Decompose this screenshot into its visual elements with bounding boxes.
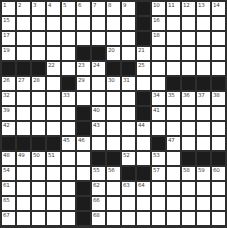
cell-r10c10[interactable]: 53: [152, 152, 165, 165]
cell-r14c9[interactable]: [137, 212, 150, 225]
clue-number: 47: [168, 137, 174, 143]
block-cell-r10c7: [107, 152, 120, 165]
cell-r10c8[interactable]: 52: [122, 152, 135, 165]
cell-r14c8[interactable]: [122, 212, 135, 225]
clue-number: 48: [3, 152, 9, 158]
cell-r14c3[interactable]: [47, 212, 60, 225]
cell-r2c4[interactable]: [62, 32, 75, 45]
clue-number: 67: [3, 212, 9, 218]
cell-r6c12[interactable]: 36: [182, 92, 195, 105]
clue-number: 15: [3, 17, 9, 23]
block-cell-r8c5: [77, 122, 90, 135]
block-cell-r4c0: [2, 62, 15, 75]
cell-r7c8[interactable]: [122, 107, 135, 120]
cell-r13c13[interactable]: [197, 197, 210, 210]
block-cell-r6c9: [137, 92, 150, 105]
clue-number: 59: [198, 167, 204, 173]
block-cell-r13c5: [77, 197, 90, 210]
clue-number: 22: [48, 62, 54, 68]
cell-r14c4[interactable]: [62, 212, 75, 225]
cell-r7c4[interactable]: [62, 107, 75, 120]
cell-r2c13[interactable]: [197, 32, 210, 45]
block-cell-r12c5: [77, 182, 90, 195]
cell-r9c7[interactable]: [107, 137, 120, 150]
cell-r2c5[interactable]: [77, 32, 90, 45]
cell-r11c4[interactable]: [62, 167, 75, 180]
cell-r14c2[interactable]: [32, 212, 45, 225]
cell-r8c4[interactable]: [62, 122, 75, 135]
cell-r1c4[interactable]: [62, 17, 75, 30]
clue-number: 27: [18, 77, 24, 83]
cell-r7c11[interactable]: [167, 107, 180, 120]
cell-r3c11[interactable]: [167, 47, 180, 60]
cell-r7c7[interactable]: [107, 107, 120, 120]
clue-number: 45: [63, 137, 69, 143]
cell-r3c8[interactable]: [122, 47, 135, 60]
cell-r6c11[interactable]: 35: [167, 92, 180, 105]
cell-r1c5[interactable]: [77, 17, 90, 30]
cell-r2c10[interactable]: 18: [152, 32, 165, 45]
clue-number: 29: [78, 77, 84, 83]
clue-number: 56: [108, 167, 114, 173]
cell-r5c1[interactable]: 27: [17, 77, 30, 90]
cell-r8c1[interactable]: [17, 122, 30, 135]
clue-number: 17: [3, 32, 9, 38]
cell-r3c4[interactable]: [62, 47, 75, 60]
cell-r6c13[interactable]: 37: [197, 92, 210, 105]
cell-r2c6[interactable]: [92, 32, 105, 45]
block-cell-r10c13: [197, 152, 210, 165]
cell-r0c2[interactable]: 3: [32, 2, 45, 15]
cell-r10c2[interactable]: 50: [32, 152, 45, 165]
cell-r14c1[interactable]: [17, 212, 30, 225]
block-cell-r9c2: [32, 137, 45, 150]
cell-r1c1[interactable]: [17, 17, 30, 30]
clue-number: 5: [63, 2, 66, 8]
clue-number: 55: [93, 167, 99, 173]
cell-r3c1[interactable]: [17, 47, 30, 60]
cell-r8c3[interactable]: [47, 122, 60, 135]
cell-r6c7[interactable]: [107, 92, 120, 105]
cell-r13c11[interactable]: [167, 197, 180, 210]
block-cell-r5c4: [62, 77, 75, 90]
cell-r12c7[interactable]: [107, 182, 120, 195]
clue-number: 53: [153, 152, 159, 158]
cell-r9c14[interactable]: [212, 137, 225, 150]
clue-number: 1: [3, 2, 6, 8]
cell-r1c3[interactable]: [47, 17, 60, 30]
block-cell-r7c9: [137, 107, 150, 120]
cell-r14c14[interactable]: [212, 212, 225, 225]
cell-r6c5[interactable]: [77, 92, 90, 105]
cell-r13c9[interactable]: [137, 197, 150, 210]
block-cell-r0c9: [137, 2, 150, 15]
cell-r7c10[interactable]: 41: [152, 107, 165, 120]
cell-r6c2[interactable]: [32, 92, 45, 105]
clue-number: 40: [93, 107, 99, 113]
cell-r0c3[interactable]: 4: [47, 2, 60, 15]
cell-r3c9[interactable]: 21: [137, 47, 150, 60]
cell-r9c12[interactable]: [182, 137, 195, 150]
cell-r2c1[interactable]: [17, 32, 30, 45]
cell-r5c9[interactable]: [137, 77, 150, 90]
cell-r11c10[interactable]: 57: [152, 167, 165, 180]
clue-number: 9: [123, 2, 126, 8]
clue-number: 26: [3, 77, 9, 83]
cell-r8c12[interactable]: [182, 122, 195, 135]
clue-number: 39: [3, 107, 9, 113]
cell-r3c12[interactable]: [182, 47, 195, 60]
cell-r1c7[interactable]: [107, 17, 120, 30]
block-cell-r11c9: [137, 167, 150, 180]
cell-r14c13[interactable]: [197, 212, 210, 225]
cell-r0c13[interactable]: 13: [197, 2, 210, 15]
cell-r10c11[interactable]: [167, 152, 180, 165]
block-cell-r5c14: [212, 77, 225, 90]
cell-r11c1[interactable]: [17, 167, 30, 180]
block-cell-r9c0: [2, 137, 15, 150]
cell-r8c0[interactable]: 42: [2, 122, 15, 135]
clue-number: 14: [213, 2, 219, 8]
clue-number: 50: [33, 152, 39, 158]
cell-r4c3[interactable]: 22: [47, 62, 60, 75]
cell-r1c6[interactable]: [92, 17, 105, 30]
block-cell-r11c8: [122, 167, 135, 180]
cell-r12c0[interactable]: 61: [2, 182, 15, 195]
cell-r3c3[interactable]: [47, 47, 60, 60]
clue-number: 65: [3, 197, 9, 203]
cell-r1c10[interactable]: 16: [152, 17, 165, 30]
cell-r10c1[interactable]: 49: [17, 152, 30, 165]
cell-r7c3[interactable]: [47, 107, 60, 120]
clue-number: 18: [153, 32, 159, 38]
cell-r0c5[interactable]: 6: [77, 2, 90, 15]
cell-r9c6[interactable]: [92, 137, 105, 150]
cell-r14c10[interactable]: [152, 212, 165, 225]
cell-r6c14[interactable]: 38: [212, 92, 225, 105]
cell-r9c5[interactable]: 46: [77, 137, 90, 150]
cell-r14c7[interactable]: [107, 212, 120, 225]
cell-r8c9[interactable]: 44: [137, 122, 150, 135]
cell-r4c13[interactable]: [197, 62, 210, 75]
cell-r8c10[interactable]: [152, 122, 165, 135]
clue-number: 33: [63, 92, 69, 98]
cell-r11c11[interactable]: [167, 167, 180, 180]
cell-r9c9[interactable]: [137, 137, 150, 150]
cell-r13c12[interactable]: [182, 197, 195, 210]
cell-r12c12[interactable]: [182, 182, 195, 195]
cell-r4c6[interactable]: 24: [92, 62, 105, 75]
clue-number: 42: [3, 122, 9, 128]
cell-r4c4[interactable]: [62, 62, 75, 75]
cell-r10c3[interactable]: 51: [47, 152, 60, 165]
block-cell-r4c7: [107, 62, 120, 75]
cell-r10c0[interactable]: 48: [2, 152, 15, 165]
clue-number: 34: [153, 92, 159, 98]
clue-number: 30: [108, 77, 114, 83]
clue-number: 68: [93, 212, 99, 218]
cell-r0c10[interactable]: 10: [152, 2, 165, 15]
cell-r5c6[interactable]: [92, 77, 105, 90]
cell-r12c3[interactable]: [47, 182, 60, 195]
cell-r5c8[interactable]: 31: [122, 77, 135, 90]
clue-number: 7: [93, 2, 96, 8]
cell-r10c5[interactable]: [77, 152, 90, 165]
clue-number: 37: [198, 92, 204, 98]
cell-r2c14[interactable]: [212, 32, 225, 45]
cell-r11c12[interactable]: 58: [182, 167, 195, 180]
clue-number: 21: [138, 47, 144, 53]
cell-r5c0[interactable]: 26: [2, 77, 15, 90]
cell-r11c3[interactable]: [47, 167, 60, 180]
cell-r11c13[interactable]: 59: [197, 167, 210, 180]
cell-r14c11[interactable]: [167, 212, 180, 225]
cell-r3c2[interactable]: [32, 47, 45, 60]
cell-r3c7[interactable]: 20: [107, 47, 120, 60]
cell-r9c4[interactable]: 45: [62, 137, 75, 150]
cell-r1c14[interactable]: [212, 17, 225, 30]
cell-r7c0[interactable]: 39: [2, 107, 15, 120]
cell-r8c2[interactable]: [32, 122, 45, 135]
block-cell-r3c5: [77, 47, 90, 60]
cell-r11c14[interactable]: 60: [212, 167, 225, 180]
cell-r13c10[interactable]: [152, 197, 165, 210]
clue-number: 24: [93, 62, 99, 68]
cell-r9c8[interactable]: [122, 137, 135, 150]
cell-r4c11[interactable]: [167, 62, 180, 75]
cell-r1c11[interactable]: [167, 17, 180, 30]
cell-r10c4[interactable]: [62, 152, 75, 165]
cell-r12c14[interactable]: [212, 182, 225, 195]
clue-number: 2: [18, 2, 21, 8]
cell-r2c0[interactable]: 17: [2, 32, 15, 45]
cell-r8c6[interactable]: 43: [92, 122, 105, 135]
cell-r1c8[interactable]: [122, 17, 135, 30]
cell-r14c6[interactable]: 68: [92, 212, 105, 225]
cell-r13c4[interactable]: [62, 197, 75, 210]
cell-r1c13[interactable]: [197, 17, 210, 30]
cell-r13c0[interactable]: 65: [2, 197, 15, 210]
cell-r13c6[interactable]: 66: [92, 197, 105, 210]
cell-r7c6[interactable]: 40: [92, 107, 105, 120]
block-cell-r4c8: [122, 62, 135, 75]
cell-r0c4[interactable]: 5: [62, 2, 75, 15]
cell-r7c13[interactable]: [197, 107, 210, 120]
cell-r5c10[interactable]: [152, 77, 165, 90]
cell-r12c10[interactable]: [152, 182, 165, 195]
cell-r7c1[interactable]: [17, 107, 30, 120]
cell-r3c10[interactable]: [152, 47, 165, 60]
cell-r9c13[interactable]: [197, 137, 210, 150]
clue-number: 31: [123, 77, 129, 83]
cell-r5c5[interactable]: 29: [77, 77, 90, 90]
clue-number: 11: [168, 2, 174, 8]
cell-r4c14[interactable]: [212, 62, 225, 75]
cell-r1c0[interactable]: 15: [2, 17, 15, 30]
cell-r4c10[interactable]: [152, 62, 165, 75]
cell-r7c12[interactable]: [182, 107, 195, 120]
cell-r3c14[interactable]: [212, 47, 225, 60]
cell-r2c7[interactable]: [107, 32, 120, 45]
block-cell-r14c5: [77, 212, 90, 225]
block-cell-r4c2: [32, 62, 45, 75]
clue-number: 52: [123, 152, 129, 158]
cell-r4c9[interactable]: 25: [137, 62, 150, 75]
cell-r0c8[interactable]: 9: [122, 2, 135, 15]
clue-number: 64: [138, 182, 144, 188]
cell-r8c8[interactable]: [122, 122, 135, 135]
cell-r4c5[interactable]: 23: [77, 62, 90, 75]
cell-r2c3[interactable]: [47, 32, 60, 45]
cell-r0c0[interactable]: 1: [2, 2, 15, 15]
clue-number: 66: [93, 197, 99, 203]
clue-number: 28: [33, 77, 39, 83]
clue-number: 36: [183, 92, 189, 98]
cell-r9c11[interactable]: 47: [167, 137, 180, 150]
clue-number: 63: [123, 182, 129, 188]
cell-r0c6[interactable]: 7: [92, 2, 105, 15]
cell-r0c7[interactable]: 8: [107, 2, 120, 15]
clue-number: 35: [168, 92, 174, 98]
cell-r6c10[interactable]: 34: [152, 92, 165, 105]
clue-number: 61: [3, 182, 9, 188]
clue-number: 3: [33, 2, 36, 8]
clue-number: 16: [153, 17, 159, 23]
cell-r12c4[interactable]: [62, 182, 75, 195]
block-cell-r10c6: [92, 152, 105, 165]
cell-r12c9[interactable]: 64: [137, 182, 150, 195]
cell-r13c1[interactable]: [17, 197, 30, 210]
block-cell-r10c14: [212, 152, 225, 165]
cell-r12c1[interactable]: [17, 182, 30, 195]
cell-r2c11[interactable]: [167, 32, 180, 45]
cell-r12c6[interactable]: 62: [92, 182, 105, 195]
clue-number: 46: [78, 137, 84, 143]
block-cell-r5c11: [167, 77, 180, 90]
clue-number: 10: [153, 2, 159, 8]
cell-r11c7[interactable]: 56: [107, 167, 120, 180]
cell-r3c13[interactable]: [197, 47, 210, 60]
cell-r11c0[interactable]: 54: [2, 167, 15, 180]
cell-r11c6[interactable]: 55: [92, 167, 105, 180]
clue-number: 44: [138, 122, 144, 128]
clue-number: 4: [48, 2, 51, 8]
cell-r2c12[interactable]: [182, 32, 195, 45]
clue-number: 23: [78, 62, 84, 68]
clue-number: 19: [3, 47, 9, 53]
cell-r12c8[interactable]: 63: [122, 182, 135, 195]
cell-r2c8[interactable]: [122, 32, 135, 45]
cell-r1c2[interactable]: [32, 17, 45, 30]
clue-number: 13: [198, 2, 204, 8]
block-cell-r9c1: [17, 137, 30, 150]
cell-r8c7[interactable]: [107, 122, 120, 135]
cell-r0c14[interactable]: 14: [212, 2, 225, 15]
block-cell-r9c3: [47, 137, 60, 150]
clue-number: 62: [93, 182, 99, 188]
cell-r3c0[interactable]: 19: [2, 47, 15, 60]
cell-r13c8[interactable]: [122, 197, 135, 210]
cell-r8c14[interactable]: [212, 122, 225, 135]
cell-r0c12[interactable]: 12: [182, 2, 195, 15]
clue-number: 49: [18, 152, 24, 158]
cell-r13c14[interactable]: [212, 197, 225, 210]
clue-number: 41: [153, 107, 159, 113]
cell-r12c11[interactable]: [167, 182, 180, 195]
block-cell-r7c5: [77, 107, 90, 120]
cell-r14c12[interactable]: [182, 212, 195, 225]
clue-number: 8: [108, 2, 111, 8]
cell-r0c11[interactable]: 11: [167, 2, 180, 15]
block-cell-r9c10: [152, 137, 165, 150]
cell-r13c3[interactable]: [47, 197, 60, 210]
cell-r6c1[interactable]: [17, 92, 30, 105]
cell-r14c0[interactable]: 67: [2, 212, 15, 225]
block-cell-r5c13: [197, 77, 210, 90]
cell-r2c2[interactable]: [32, 32, 45, 45]
block-cell-r5c12: [182, 77, 195, 90]
clue-number: 6: [78, 2, 81, 8]
block-cell-r3c6: [92, 47, 105, 60]
clue-number: 58: [183, 167, 189, 173]
cell-r7c2[interactable]: [32, 107, 45, 120]
cell-r12c13[interactable]: [197, 182, 210, 195]
clue-number: 20: [108, 47, 114, 53]
clue-number: 32: [3, 92, 9, 98]
block-cell-r2c9: [137, 32, 150, 45]
cell-r1c12[interactable]: [182, 17, 195, 30]
cell-r5c2[interactable]: 28: [32, 77, 45, 90]
cell-r13c7[interactable]: [107, 197, 120, 210]
cell-r0c1[interactable]: 2: [17, 2, 30, 15]
cell-r6c8[interactable]: [122, 92, 135, 105]
cell-r6c4[interactable]: 33: [62, 92, 75, 105]
block-cell-r1c9: [137, 17, 150, 30]
clue-number: 54: [3, 167, 9, 173]
cell-r11c5[interactable]: [77, 167, 90, 180]
clue-number: 43: [93, 122, 99, 128]
cell-r7c14[interactable]: [212, 107, 225, 120]
cell-r6c6[interactable]: [92, 92, 105, 105]
crossword-board: 1234567891011121314151617181920212223242…: [0, 0, 227, 228]
cell-r12c2[interactable]: [32, 182, 45, 195]
clue-number: 60: [213, 167, 219, 173]
cell-r11c2[interactable]: [32, 167, 45, 180]
clue-number: 51: [48, 152, 54, 158]
cell-r5c7[interactable]: 30: [107, 77, 120, 90]
cell-r5c3[interactable]: [47, 77, 60, 90]
clue-number: 38: [213, 92, 219, 98]
cell-r13c2[interactable]: [32, 197, 45, 210]
cell-r6c0[interactable]: 32: [2, 92, 15, 105]
cell-r10c9[interactable]: [137, 152, 150, 165]
cell-r4c12[interactable]: [182, 62, 195, 75]
clue-number: 12: [183, 2, 189, 8]
clue-number: 57: [153, 167, 159, 173]
clue-number: 25: [138, 62, 144, 68]
cell-r6c3[interactable]: [47, 92, 60, 105]
block-cell-r10c12: [182, 152, 195, 165]
cell-r8c13[interactable]: [197, 122, 210, 135]
block-cell-r4c1: [17, 62, 30, 75]
cell-r8c11[interactable]: [167, 122, 180, 135]
